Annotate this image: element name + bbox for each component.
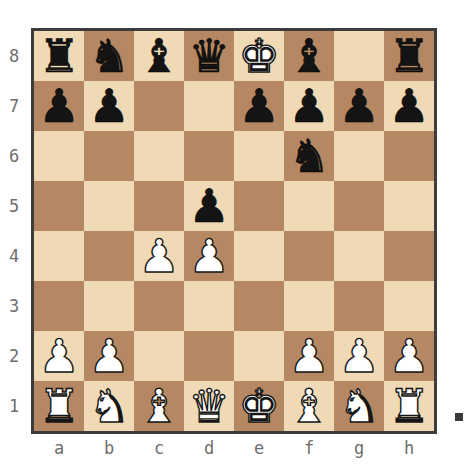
rank-label-2: 2 — [0, 331, 28, 381]
piece-wP-g2[interactable]: ♟ — [334, 331, 384, 381]
square-c5[interactable] — [134, 181, 184, 231]
square-g2[interactable]: ♟ — [334, 331, 384, 381]
square-e2[interactable] — [234, 331, 284, 381]
rank-label-6: 6 — [0, 131, 28, 181]
file-label-b: b — [84, 437, 134, 459]
square-a7[interactable]: ♟ — [34, 81, 84, 131]
square-h4[interactable] — [384, 231, 434, 281]
square-c8[interactable]: ♝ — [134, 31, 184, 81]
chess-board: ♜♞♝♛♚♝♜♟♟♟♟♟♟♞♟♟♟♟♟♟♟♟♜♞♝♛♚♝♞♜ — [31, 28, 437, 434]
square-h7[interactable]: ♟ — [384, 81, 434, 131]
piece-wP-f2[interactable]: ♟ — [284, 331, 334, 381]
move-indicator — [455, 413, 463, 421]
square-d1[interactable]: ♛ — [184, 381, 234, 431]
rank-label-8: 8 — [0, 31, 28, 81]
square-b8[interactable]: ♞ — [84, 31, 134, 81]
file-label-c: c — [134, 437, 184, 459]
square-e8[interactable]: ♚ — [234, 31, 284, 81]
square-g5[interactable] — [334, 181, 384, 231]
square-f6[interactable]: ♞ — [284, 131, 334, 181]
rank-label-1: 1 — [0, 381, 28, 431]
file-label-e: e — [234, 437, 284, 459]
piece-wN-g1[interactable]: ♞ — [334, 381, 384, 431]
square-f2[interactable]: ♟ — [284, 331, 334, 381]
square-a4[interactable] — [34, 231, 84, 281]
chess-board-widget: ♜♞♝♛♚♝♜♟♟♟♟♟♟♞♟♟♟♟♟♟♟♟♜♞♝♛♚♝♞♜ 87654321 … — [0, 0, 464, 464]
square-c2[interactable] — [134, 331, 184, 381]
square-f3[interactable] — [284, 281, 334, 331]
square-g1[interactable]: ♞ — [334, 381, 384, 431]
piece-bP-b7[interactable]: ♟ — [84, 81, 134, 131]
square-c7[interactable] — [134, 81, 184, 131]
piece-wR-h1[interactable]: ♜ — [384, 381, 434, 431]
piece-bB-f8[interactable]: ♝ — [284, 31, 334, 81]
square-d7[interactable] — [184, 81, 234, 131]
piece-bP-f7[interactable]: ♟ — [284, 81, 334, 131]
square-g3[interactable] — [334, 281, 384, 331]
square-h1[interactable]: ♜ — [384, 381, 434, 431]
piece-bP-e7[interactable]: ♟ — [234, 81, 284, 131]
rank-label-4: 4 — [0, 231, 28, 281]
square-c6[interactable] — [134, 131, 184, 181]
rank-label-5: 5 — [0, 181, 28, 231]
square-g7[interactable]: ♟ — [334, 81, 384, 131]
square-e3[interactable] — [234, 281, 284, 331]
square-c1[interactable]: ♝ — [134, 381, 184, 431]
square-d3[interactable] — [184, 281, 234, 331]
square-g8[interactable] — [334, 31, 384, 81]
square-b3[interactable] — [84, 281, 134, 331]
square-d6[interactable] — [184, 131, 234, 181]
square-e1[interactable]: ♚ — [234, 381, 284, 431]
square-f4[interactable] — [284, 231, 334, 281]
square-g6[interactable] — [334, 131, 384, 181]
piece-bP-g7[interactable]: ♟ — [334, 81, 384, 131]
piece-wN-b1[interactable]: ♞ — [84, 381, 134, 431]
square-d2[interactable] — [184, 331, 234, 381]
rank-label-3: 3 — [0, 281, 28, 331]
piece-bK-e8[interactable]: ♚ — [234, 31, 284, 81]
piece-wQ-d1[interactable]: ♛ — [184, 381, 234, 431]
square-b7[interactable]: ♟ — [84, 81, 134, 131]
piece-wB-f1[interactable]: ♝ — [284, 381, 334, 431]
piece-wR-a1[interactable]: ♜ — [34, 381, 84, 431]
square-e6[interactable] — [234, 131, 284, 181]
piece-bN-b8[interactable]: ♞ — [84, 31, 134, 81]
square-f5[interactable] — [284, 181, 334, 231]
square-h8[interactable]: ♜ — [384, 31, 434, 81]
square-h6[interactable] — [384, 131, 434, 181]
piece-bP-a7[interactable]: ♟ — [34, 81, 84, 131]
piece-bB-c8[interactable]: ♝ — [134, 31, 184, 81]
piece-wP-c4[interactable]: ♟ — [134, 231, 184, 281]
square-c3[interactable] — [134, 281, 184, 331]
rank-label-7: 7 — [0, 81, 28, 131]
square-a8[interactable]: ♜ — [34, 31, 84, 81]
piece-bR-h8[interactable]: ♜ — [384, 31, 434, 81]
square-a6[interactable] — [34, 131, 84, 181]
piece-wP-h2[interactable]: ♟ — [384, 331, 434, 381]
square-a2[interactable]: ♟ — [34, 331, 84, 381]
square-e4[interactable] — [234, 231, 284, 281]
piece-bN-f6[interactable]: ♞ — [284, 131, 334, 181]
piece-wB-c1[interactable]: ♝ — [134, 381, 184, 431]
square-b4[interactable] — [84, 231, 134, 281]
piece-bR-a8[interactable]: ♜ — [34, 31, 84, 81]
piece-wP-a2[interactable]: ♟ — [34, 331, 84, 381]
file-label-a: a — [34, 437, 84, 459]
square-a5[interactable] — [34, 181, 84, 231]
square-h5[interactable] — [384, 181, 434, 231]
square-f8[interactable]: ♝ — [284, 31, 334, 81]
square-d4[interactable]: ♟ — [184, 231, 234, 281]
square-c4[interactable]: ♟ — [134, 231, 184, 281]
square-g4[interactable] — [334, 231, 384, 281]
square-h2[interactable]: ♟ — [384, 331, 434, 381]
file-label-h: h — [384, 437, 434, 459]
file-label-g: g — [334, 437, 384, 459]
square-b1[interactable]: ♞ — [84, 381, 134, 431]
piece-bQ-d8[interactable]: ♛ — [184, 31, 234, 81]
square-d5[interactable]: ♟ — [184, 181, 234, 231]
square-e7[interactable]: ♟ — [234, 81, 284, 131]
piece-bP-d5[interactable]: ♟ — [184, 181, 234, 231]
square-b5[interactable] — [84, 181, 134, 231]
piece-wP-b2[interactable]: ♟ — [84, 331, 134, 381]
file-label-d: d — [184, 437, 234, 459]
square-b6[interactable] — [84, 131, 134, 181]
square-f7[interactable]: ♟ — [284, 81, 334, 131]
file-label-f: f — [284, 437, 334, 459]
piece-wK-e1[interactable]: ♚ — [234, 381, 284, 431]
square-h3[interactable] — [384, 281, 434, 331]
square-a3[interactable] — [34, 281, 84, 331]
piece-wP-d4[interactable]: ♟ — [184, 231, 234, 281]
square-e5[interactable] — [234, 181, 284, 231]
square-b2[interactable]: ♟ — [84, 331, 134, 381]
piece-bP-h7[interactable]: ♟ — [384, 81, 434, 131]
square-d8[interactable]: ♛ — [184, 31, 234, 81]
square-a1[interactable]: ♜ — [34, 381, 84, 431]
square-f1[interactable]: ♝ — [284, 381, 334, 431]
